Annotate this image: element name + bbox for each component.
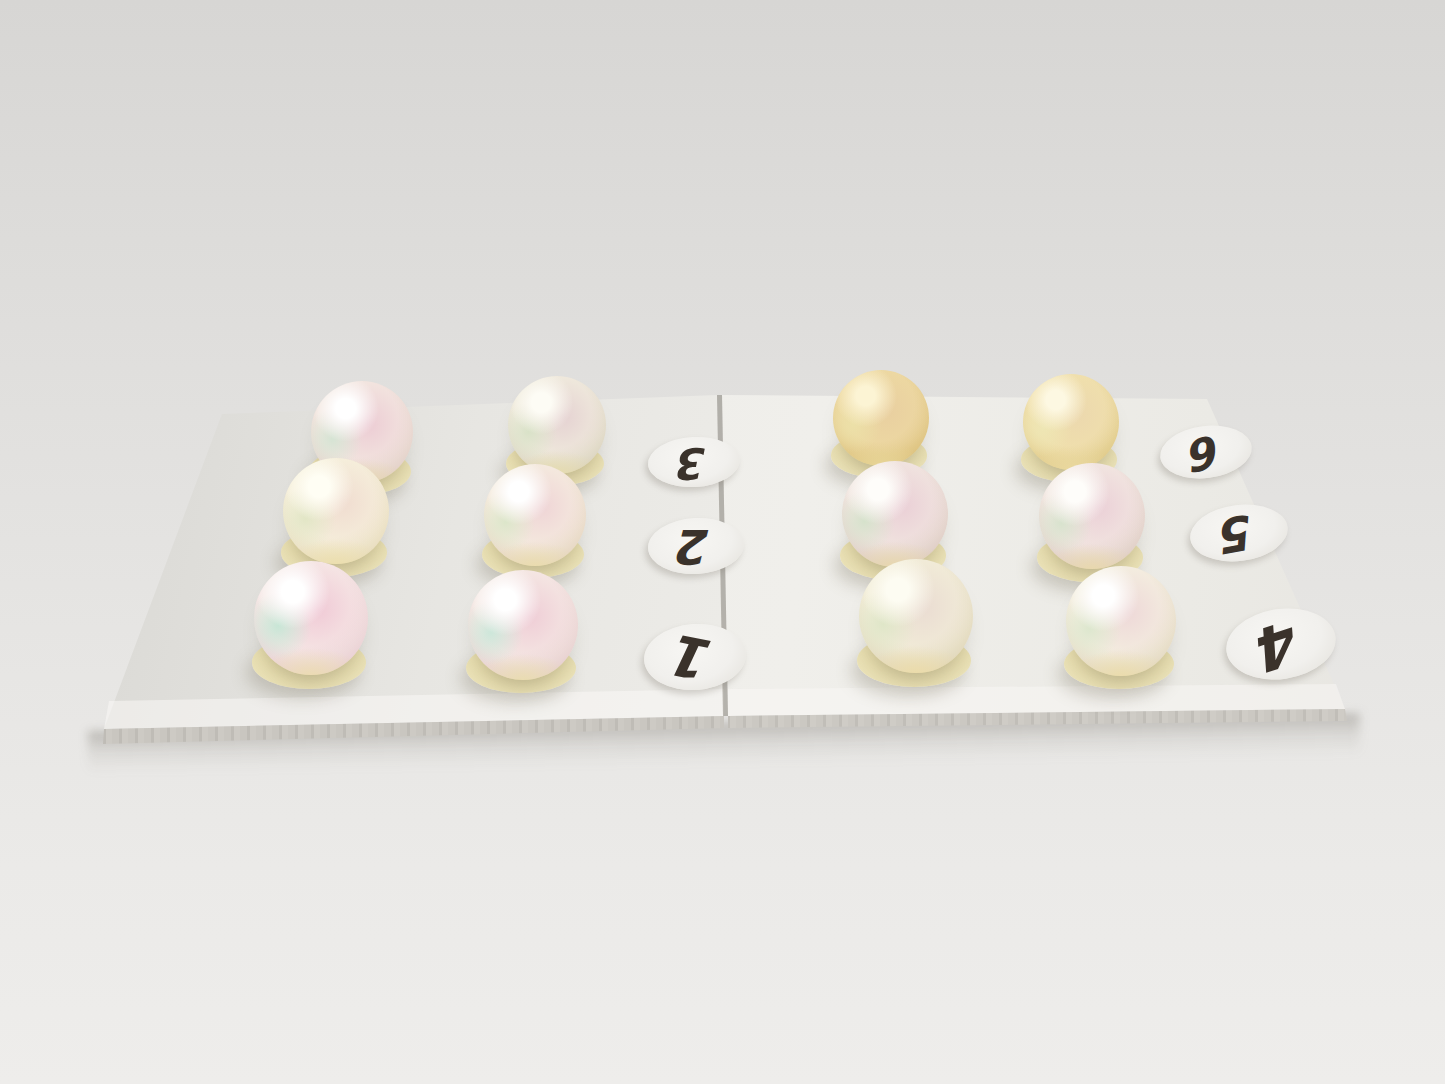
pearl-tray-photo: 321654 [0,0,1445,1084]
sticker-layer: 321654 [0,0,1445,1084]
pair-number-label-5: 5 [1219,507,1260,560]
pair-number-sticker-6: 6 [1157,421,1255,484]
pair-number-label-1: 1 [670,626,719,689]
pair-number-sticker-2: 2 [647,516,746,577]
pair-number-label-4: 4 [1252,609,1310,678]
pair-number-sticker-1: 1 [642,621,748,694]
pair-number-label-6: 6 [1186,427,1225,477]
pair-number-label-3: 3 [678,440,710,484]
pair-number-sticker-3: 3 [647,435,741,490]
pair-number-sticker-5: 5 [1187,499,1291,567]
pair-number-label-2: 2 [679,522,712,570]
pair-number-sticker-4: 4 [1222,602,1341,687]
